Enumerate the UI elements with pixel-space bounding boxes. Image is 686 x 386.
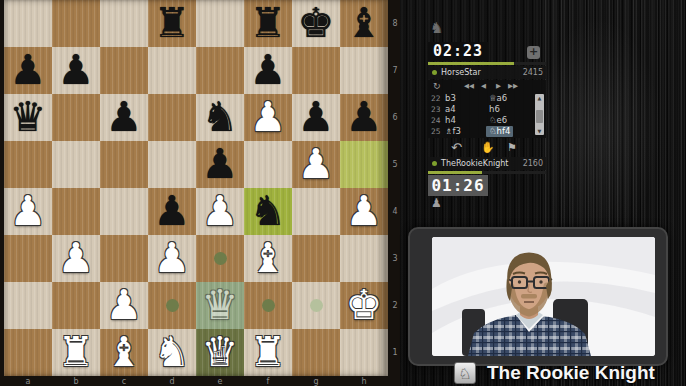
scrollbar-thumb[interactable]	[536, 110, 543, 123]
white-move[interactable]: h4	[445, 115, 456, 126]
webcam-video	[432, 237, 655, 356]
chess-board: ♜♜♚♝♟♟♟♛♟♞♟♟♟♟♟♟♟♟♞♟♟♟♝♟♛♚♜♝♞♛☝♜ abcdefg…	[0, 0, 400, 386]
square-d7[interactable]	[148, 47, 196, 94]
square-b8[interactable]	[52, 0, 100, 47]
black-queen-a6[interactable]: ♛	[4, 94, 52, 141]
square-a6[interactable]: ♛	[4, 94, 52, 141]
board-grid[interactable]: ♜♜♚♝♟♟♟♛♟♞♟♟♟♟♟♟♟♟♞♟♟♟♝♟♛♚♜♝♞♛☝♜	[4, 0, 388, 376]
black-knight-e6[interactable]: ♞	[196, 94, 244, 141]
online-dot	[432, 70, 437, 75]
captured-knight-icon: ♞	[430, 19, 443, 37]
opponent-row: HorseStar 2415	[428, 66, 546, 79]
square-g4[interactable]	[292, 188, 340, 235]
flip-board-icon[interactable]: ↻	[433, 80, 441, 92]
square-g7[interactable]	[292, 47, 340, 94]
player-rating: 2160	[523, 157, 543, 170]
square-b5[interactable]	[52, 141, 100, 188]
square-e6[interactable]: ♞	[196, 94, 244, 141]
black-king-g8[interactable]: ♚	[292, 0, 340, 47]
square-a4[interactable]: ♟	[4, 188, 52, 235]
square-a1[interactable]	[4, 329, 52, 376]
previous-move-icon[interactable]: ◀	[481, 80, 486, 93]
square-g8[interactable]: ♚	[292, 0, 340, 47]
square-e4[interactable]: ♟	[196, 188, 244, 235]
black-pawn-h6[interactable]: ♟	[340, 94, 388, 141]
opponent-time-bar	[428, 62, 514, 65]
square-b6[interactable]	[52, 94, 100, 141]
move-row-25: 25♗f3♘hf4	[428, 126, 532, 137]
black-bishop-h8[interactable]: ♝	[340, 0, 388, 47]
black-pawn-c6[interactable]: ♟	[100, 94, 148, 141]
rank-label-3: 3	[390, 254, 400, 263]
channel-name: The Rookie Knight	[487, 362, 655, 384]
square-c6[interactable]: ♟	[100, 94, 148, 141]
white-pawn-c2[interactable]: ♟	[100, 282, 148, 329]
square-f7[interactable]: ♟	[244, 47, 292, 94]
add-time-button[interactable]: +	[527, 46, 540, 59]
legal-move-dot-d2	[166, 299, 179, 312]
white-pawn-g5[interactable]: ♟	[292, 141, 340, 188]
square-d1[interactable]: ♞	[148, 329, 196, 376]
square-d4[interactable]: ♟	[148, 188, 196, 235]
legal-move-dot-e3	[214, 252, 227, 265]
move-number: 23	[431, 104, 441, 115]
file-label-b: b	[70, 377, 82, 386]
rank-label-7: 7	[390, 66, 400, 75]
opponent-rating: 2415	[523, 66, 543, 79]
white-king-h2[interactable]: ♚	[340, 282, 388, 329]
black-rook-f8[interactable]: ♜	[244, 0, 292, 47]
square-d8[interactable]: ♜	[148, 0, 196, 47]
black-pawn-d4[interactable]: ♟	[148, 188, 196, 235]
square-h5[interactable]	[340, 141, 388, 188]
white-pawn-h4[interactable]: ♟	[340, 188, 388, 235]
hand-cursor-icon: ☝	[213, 342, 226, 367]
square-b2[interactable]	[52, 282, 100, 329]
black-knight-f4[interactable]: ♞	[244, 188, 292, 235]
square-d6[interactable]	[148, 94, 196, 141]
player-name: TheRookieKnight	[441, 157, 508, 170]
square-a7[interactable]: ♟	[4, 47, 52, 94]
rank-label-2: 2	[390, 301, 400, 310]
square-f5[interactable]	[244, 141, 292, 188]
move-row-23: 23a4h6	[428, 104, 532, 115]
rank-label-1: 1	[390, 348, 400, 357]
square-b1[interactable]: ♜	[52, 329, 100, 376]
go-first-move-icon[interactable]: ◀◀	[464, 80, 474, 93]
move-number: 22	[431, 93, 441, 104]
stream-frame: ♜♜♚♝♟♟♟♛♟♞♟♟♟♟♟♟♟♟♞♟♟♟♝♟♛♚♜♝♞♛☝♜ abcdefg…	[0, 0, 686, 386]
legal-move-dot-g2	[310, 299, 323, 312]
channel-logo-knight-icon: ♘	[454, 362, 476, 384]
square-c1[interactable]: ♝	[100, 329, 148, 376]
square-a2[interactable]	[4, 282, 52, 329]
square-g6[interactable]: ♟	[292, 94, 340, 141]
white-bishop-c1[interactable]: ♝	[100, 329, 148, 376]
file-label-g: g	[310, 377, 322, 386]
rank-label-6: 6	[390, 113, 400, 122]
file-label-f: f	[262, 377, 274, 386]
move-list: ↻ ◀◀ ◀ ▶ ▶▶ 22b3♕a623a4h624h4♘e625♗f3♘hf…	[428, 80, 546, 138]
white-pawn-b3[interactable]: ♟	[52, 235, 100, 282]
square-h1[interactable]	[340, 329, 388, 376]
square-d2[interactable]	[148, 282, 196, 329]
next-move-icon[interactable]: ▶	[496, 80, 501, 93]
black-rook-d8[interactable]: ♜	[148, 0, 196, 47]
square-e8[interactable]	[196, 0, 244, 47]
rank-label-5: 5	[390, 160, 400, 169]
move-number: 25	[431, 126, 441, 137]
square-g3[interactable]	[292, 235, 340, 282]
file-label-d: d	[166, 377, 178, 386]
square-c4[interactable]	[100, 188, 148, 235]
square-a3[interactable]	[4, 235, 52, 282]
square-h3[interactable]	[340, 235, 388, 282]
white-pawn-e4[interactable]: ♟	[196, 188, 244, 235]
game-panel: ♞ 02:23 + HorseStar 2415 ↻ ◀◀ ◀ ▶ ▶▶ 22b…	[428, 0, 546, 215]
white-move[interactable]: b3	[445, 93, 456, 104]
white-bishop-f3[interactable]: ♝	[244, 235, 292, 282]
black-move[interactable]: ♘e6	[486, 115, 510, 126]
square-f1[interactable]: ♜	[244, 329, 292, 376]
black-move[interactable]: ♕a6	[486, 93, 510, 104]
square-d3[interactable]: ♟	[148, 235, 196, 282]
square-d5[interactable]	[148, 141, 196, 188]
square-h2[interactable]: ♚	[340, 282, 388, 329]
square-b7[interactable]: ♟	[52, 47, 100, 94]
rank-label-4: 4	[390, 207, 400, 216]
white-pawn-a4[interactable]: ♟	[4, 188, 52, 235]
square-g2[interactable]	[292, 282, 340, 329]
black-move[interactable]: h6	[486, 104, 503, 115]
file-label-c: c	[118, 377, 130, 386]
channel-branding: ♘ The Rookie Knight	[454, 360, 655, 386]
opponent-name: HorseStar	[441, 66, 481, 79]
square-e1[interactable]: ♛☝	[196, 329, 244, 376]
white-pawn-d3[interactable]: ♟	[148, 235, 196, 282]
white-knight-d1[interactable]: ♞	[148, 329, 196, 376]
go-last-move-icon[interactable]: ▶▶	[508, 80, 518, 93]
opponent-clock: 02:23	[428, 42, 488, 61]
black-pawn-a7[interactable]: ♟	[4, 47, 52, 94]
move-number: 24	[431, 115, 441, 126]
square-g5[interactable]: ♟	[292, 141, 340, 188]
square-h6[interactable]: ♟	[340, 94, 388, 141]
square-c5[interactable]	[100, 141, 148, 188]
square-h8[interactable]: ♝	[340, 0, 388, 47]
square-f2[interactable]	[244, 282, 292, 329]
scroll-up-icon[interactable]: ▲	[535, 95, 544, 101]
webcam-frame	[408, 227, 668, 366]
player-time-bar	[428, 171, 482, 174]
square-b4[interactable]	[52, 188, 100, 235]
square-e3[interactable]	[196, 235, 244, 282]
square-e5[interactable]: ♟	[196, 141, 244, 188]
legal-move-dot-f2	[262, 299, 275, 312]
move-row-22: 22b3♕a6	[428, 93, 532, 104]
rank-label-8: 8	[390, 19, 400, 28]
move-list-scrollbar[interactable]: ▲ ▼	[535, 94, 544, 135]
captured-pawn-icon: ♟	[431, 196, 442, 210]
square-f3[interactable]: ♝	[244, 235, 292, 282]
file-label-e: e	[214, 377, 226, 386]
black-pawn-f7[interactable]: ♟	[244, 47, 292, 94]
square-f4[interactable]: ♞	[244, 188, 292, 235]
scroll-down-icon[interactable]: ▼	[535, 128, 544, 134]
player-row: TheRookieKnight 2160	[428, 157, 546, 170]
white-move[interactable]: ♗f3	[445, 126, 461, 137]
square-f8[interactable]: ♜	[244, 0, 292, 47]
white-move[interactable]: a4	[445, 104, 456, 115]
move-row-24: 24h4♘e6	[428, 115, 532, 126]
streamer-portrait	[432, 237, 655, 356]
black-pawn-b7[interactable]: ♟	[52, 47, 100, 94]
square-f6[interactable]: ♟	[244, 94, 292, 141]
black-pawn-g6[interactable]: ♟	[292, 94, 340, 141]
file-label-h: h	[358, 377, 370, 386]
square-h4[interactable]: ♟	[340, 188, 388, 235]
white-rook-b1[interactable]: ♜	[52, 329, 100, 376]
black-move-current[interactable]: ♘hf4	[486, 126, 513, 137]
square-c3[interactable]	[100, 235, 148, 282]
square-e7[interactable]	[196, 47, 244, 94]
black-pawn-e5[interactable]: ♟	[196, 141, 244, 188]
white-pawn-f6[interactable]: ♟	[244, 94, 292, 141]
takeback-icon[interactable]: ↶	[451, 140, 462, 156]
file-label-a: a	[22, 377, 34, 386]
square-a8[interactable]	[4, 0, 52, 47]
online-dot	[432, 161, 437, 166]
resign-flag-icon[interactable]: ⚑	[507, 140, 517, 156]
square-h7[interactable]	[340, 47, 388, 94]
square-c8[interactable]	[100, 0, 148, 47]
square-c7[interactable]	[100, 47, 148, 94]
white-queen-e2[interactable]: ♛	[196, 282, 244, 329]
offer-draw-icon[interactable]: ✋	[481, 140, 495, 156]
white-rook-f1[interactable]: ♜	[244, 329, 292, 376]
square-c2[interactable]: ♟	[100, 282, 148, 329]
square-e2[interactable]: ♛	[196, 282, 244, 329]
player-clock-active: 01:26	[428, 175, 488, 196]
square-b3[interactable]: ♟	[52, 235, 100, 282]
square-g1[interactable]	[292, 329, 340, 376]
square-a5[interactable]	[4, 141, 52, 188]
